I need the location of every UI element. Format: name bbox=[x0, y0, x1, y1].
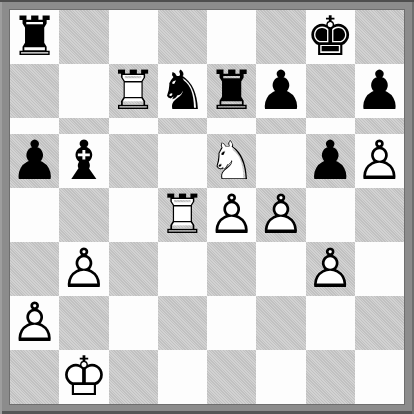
square-g2[interactable] bbox=[306, 296, 355, 350]
square-g3[interactable]: ♟♙ bbox=[306, 242, 355, 296]
square-f8[interactable] bbox=[256, 10, 305, 64]
piece-black-bishop[interactable]: ♝ bbox=[59, 134, 108, 188]
square-h2[interactable] bbox=[355, 296, 404, 350]
square-b7[interactable] bbox=[59, 64, 108, 118]
square-h5[interactable]: ♟♙ bbox=[355, 134, 404, 188]
square-h3[interactable] bbox=[355, 242, 404, 296]
square-e3[interactable] bbox=[207, 242, 256, 296]
piece-glyph: ♟ bbox=[257, 64, 305, 118]
piece-white-pawn[interactable]: ♟♙ bbox=[59, 242, 108, 296]
chess-board: ♜♚♜♖♞♜♟♟♟♝♞♘♟♟♙♜♖♟♙♟♙♟♙♟♙♟♙♚♔ bbox=[9, 9, 405, 405]
square-c7[interactable]: ♜♖ bbox=[109, 64, 158, 118]
square-a2[interactable]: ♟♙ bbox=[10, 296, 59, 350]
square-c4[interactable] bbox=[109, 188, 158, 242]
piece-white-pawn[interactable]: ♟♙ bbox=[256, 188, 305, 242]
square-d4[interactable]: ♜♖ bbox=[158, 188, 207, 242]
piece-black-pawn[interactable]: ♟ bbox=[10, 134, 59, 188]
square-a5[interactable]: ♟ bbox=[10, 134, 59, 188]
square-h8[interactable] bbox=[355, 10, 404, 64]
square-a8[interactable]: ♜ bbox=[10, 10, 59, 64]
square-e7[interactable]: ♜ bbox=[207, 64, 256, 118]
chess-board-frame: ♜♚♜♖♞♜♟♟♟♝♞♘♟♟♙♜♖♟♙♟♙♟♙♟♙♟♙♚♔ bbox=[0, 0, 414, 414]
square-a1[interactable] bbox=[10, 350, 59, 404]
square-b8[interactable] bbox=[59, 10, 108, 64]
piece-white-pawn[interactable]: ♟♙ bbox=[355, 134, 404, 188]
piece-outline: ♙ bbox=[257, 188, 305, 242]
square-g8[interactable]: ♚ bbox=[306, 10, 355, 64]
square-a4[interactable] bbox=[10, 188, 59, 242]
piece-black-pawn[interactable]: ♟ bbox=[306, 134, 355, 188]
square-d3[interactable] bbox=[158, 242, 207, 296]
piece-outline: ♙ bbox=[10, 296, 58, 350]
square-d7[interactable]: ♞ bbox=[158, 64, 207, 118]
piece-outline: ♔ bbox=[60, 350, 108, 404]
piece-glyph: ♚ bbox=[306, 10, 354, 64]
piece-glyph: ♞ bbox=[158, 64, 206, 118]
square-a7[interactable] bbox=[10, 64, 59, 118]
square-e2[interactable] bbox=[207, 296, 256, 350]
piece-black-pawn[interactable]: ♟ bbox=[355, 64, 404, 118]
square-c2[interactable] bbox=[109, 296, 158, 350]
square-d1[interactable] bbox=[158, 350, 207, 404]
square-h7[interactable]: ♟ bbox=[355, 64, 404, 118]
square-b4[interactable] bbox=[59, 188, 108, 242]
square-c1[interactable] bbox=[109, 350, 158, 404]
square-g4[interactable] bbox=[306, 188, 355, 242]
piece-glyph: ♜ bbox=[207, 64, 255, 118]
piece-white-knight[interactable]: ♞♘ bbox=[207, 134, 256, 188]
piece-outline: ♙ bbox=[60, 242, 108, 296]
square-h4[interactable] bbox=[355, 188, 404, 242]
square-e8[interactable] bbox=[207, 10, 256, 64]
square-e5[interactable]: ♞♘ bbox=[207, 134, 256, 188]
square-f2[interactable] bbox=[256, 296, 305, 350]
piece-black-knight[interactable]: ♞ bbox=[158, 64, 207, 118]
square-e1[interactable] bbox=[207, 350, 256, 404]
square-b2[interactable] bbox=[59, 296, 108, 350]
square-c8[interactable] bbox=[109, 10, 158, 64]
piece-glyph: ♟ bbox=[10, 134, 58, 188]
piece-white-king[interactable]: ♚♔ bbox=[59, 350, 108, 404]
square-c3[interactable] bbox=[109, 242, 158, 296]
piece-glyph: ♜ bbox=[10, 10, 58, 64]
piece-outline: ♙ bbox=[306, 242, 354, 296]
piece-glyph: ♝ bbox=[60, 134, 108, 188]
piece-black-rook[interactable]: ♜ bbox=[10, 10, 59, 64]
square-f4[interactable]: ♟♙ bbox=[256, 188, 305, 242]
piece-white-pawn[interactable]: ♟♙ bbox=[306, 242, 355, 296]
piece-black-pawn[interactable]: ♟ bbox=[256, 64, 305, 118]
piece-black-king[interactable]: ♚ bbox=[306, 10, 355, 64]
piece-outline: ♙ bbox=[207, 188, 255, 242]
piece-white-pawn[interactable]: ♟♙ bbox=[207, 188, 256, 242]
square-b3[interactable]: ♟♙ bbox=[59, 242, 108, 296]
square-b5[interactable]: ♝ bbox=[59, 134, 108, 188]
piece-white-rook[interactable]: ♜♖ bbox=[158, 188, 207, 242]
square-f1[interactable] bbox=[256, 350, 305, 404]
square-a3[interactable] bbox=[10, 242, 59, 296]
square-f5[interactable] bbox=[256, 134, 305, 188]
square-e4[interactable]: ♟♙ bbox=[207, 188, 256, 242]
square-d8[interactable] bbox=[158, 10, 207, 64]
piece-glyph: ♟ bbox=[355, 64, 403, 118]
square-f7[interactable]: ♟ bbox=[256, 64, 305, 118]
square-h1[interactable] bbox=[355, 350, 404, 404]
square-d2[interactable] bbox=[158, 296, 207, 350]
piece-outline: ♙ bbox=[355, 134, 403, 188]
square-g7[interactable] bbox=[306, 64, 355, 118]
piece-outline: ♖ bbox=[158, 188, 206, 242]
square-b1[interactable]: ♚♔ bbox=[59, 350, 108, 404]
square-g1[interactable] bbox=[306, 350, 355, 404]
square-d5[interactable] bbox=[158, 134, 207, 188]
piece-white-rook[interactable]: ♜♖ bbox=[109, 64, 158, 118]
piece-outline: ♖ bbox=[109, 64, 157, 118]
square-g5[interactable]: ♟ bbox=[306, 134, 355, 188]
square-c5[interactable] bbox=[109, 134, 158, 188]
piece-outline: ♘ bbox=[207, 134, 255, 188]
piece-glyph: ♟ bbox=[306, 134, 354, 188]
piece-white-pawn[interactable]: ♟♙ bbox=[10, 296, 59, 350]
square-f3[interactable] bbox=[256, 242, 305, 296]
piece-black-rook[interactable]: ♜ bbox=[207, 64, 256, 118]
